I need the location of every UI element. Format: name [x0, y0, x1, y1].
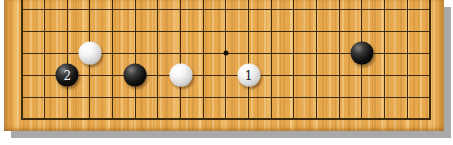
grid-line-vertical	[316, 0, 317, 120]
white-stone[interactable]	[169, 64, 192, 87]
black-stone[interactable]	[350, 42, 373, 65]
grid-line-horizontal	[21, 31, 431, 32]
grid-line-vertical	[44, 0, 45, 120]
grid-line-vertical	[157, 0, 158, 120]
grid-line-horizontal	[21, 97, 431, 98]
white-stone[interactable]	[78, 42, 101, 65]
star-point	[223, 51, 228, 56]
black-stone[interactable]	[124, 64, 147, 87]
grid-line-vertical	[203, 0, 204, 120]
grid-line-horizontal	[21, 75, 431, 76]
white-stone[interactable]: 1	[237, 64, 260, 87]
grid-line-vertical	[339, 0, 340, 120]
grid-line-vertical	[225, 0, 226, 120]
move-number-label: 2	[63, 69, 71, 81]
grid-line-vertical	[67, 0, 68, 120]
go-board[interactable]: 12	[4, 0, 444, 131]
grid-line-vertical	[384, 0, 385, 120]
go-diagram: 12	[0, 0, 453, 145]
grid-line-vertical	[407, 0, 408, 120]
grid-line-vertical	[135, 0, 136, 120]
black-stone[interactable]: 2	[56, 64, 79, 87]
grid-line-horizontal	[21, 118, 431, 120]
grid-line-vertical	[248, 0, 249, 120]
grid-line-vertical	[429, 0, 431, 120]
grid-line-vertical	[21, 0, 23, 120]
grid-line-horizontal	[21, 9, 431, 10]
grid-line-vertical	[180, 0, 181, 120]
grid-line-vertical	[293, 0, 294, 120]
grid-line-vertical	[112, 0, 113, 120]
move-number-label: 1	[245, 69, 253, 81]
grid-line-vertical	[271, 0, 272, 120]
